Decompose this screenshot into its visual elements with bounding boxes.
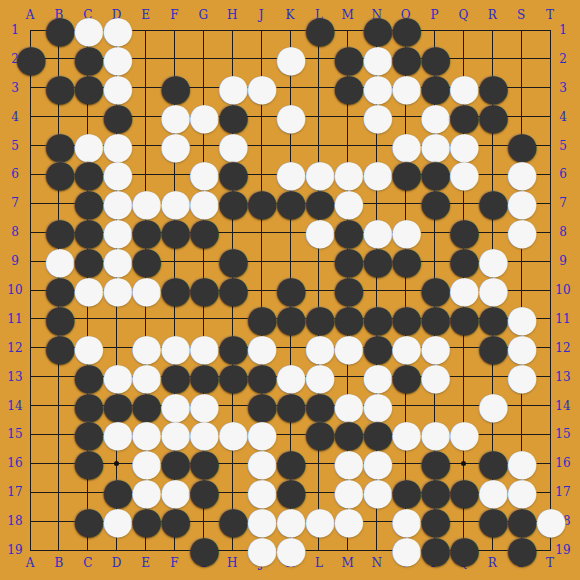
row-label-left: 9: [5, 254, 25, 268]
row-label-left: 13: [5, 370, 25, 384]
black-stone[interactable]: ●: [217, 362, 247, 392]
white-stone[interactable]: ●: [73, 275, 103, 305]
black-stone[interactable]: ●: [304, 419, 334, 449]
black-stone[interactable]: ●: [44, 73, 74, 103]
black-stone[interactable]: ●: [188, 535, 218, 565]
col-label-bottom: M: [338, 556, 358, 570]
row-label-left: 8: [5, 225, 25, 239]
black-stone[interactable]: ●: [477, 506, 507, 536]
white-stone[interactable]: ●: [159, 131, 189, 161]
row-label-right: 16: [553, 456, 573, 470]
board-vline: [318, 30, 319, 551]
white-stone[interactable]: ●: [102, 419, 132, 449]
row-label-left: 4: [5, 110, 25, 124]
row-label-right: 10: [553, 283, 573, 297]
black-stone[interactable]: ●: [44, 333, 74, 363]
row-label-right: 1: [553, 23, 573, 37]
black-stone[interactable]: ●: [448, 535, 478, 565]
black-stone[interactable]: ●: [391, 159, 421, 189]
black-stone[interactable]: ●: [419, 535, 449, 565]
black-stone[interactable]: ●: [217, 275, 247, 305]
black-stone[interactable]: ●: [217, 506, 247, 536]
white-stone[interactable]: ●: [275, 44, 305, 74]
col-label-bottom: R: [482, 556, 502, 570]
white-stone[interactable]: ●: [275, 102, 305, 132]
board-vline: [550, 30, 551, 551]
black-stone[interactable]: ●: [159, 217, 189, 247]
row-label-left: 5: [5, 139, 25, 153]
col-label-bottom: A: [20, 556, 40, 570]
row-label-left: 14: [5, 399, 25, 413]
row-label-left: 19: [5, 543, 25, 557]
board-hline: [30, 347, 551, 348]
black-stone[interactable]: ●: [391, 246, 421, 276]
black-stone[interactable]: ●: [477, 333, 507, 363]
row-label-right: 9: [553, 254, 573, 268]
row-label-right: 11: [553, 312, 573, 326]
row-label-right: 7: [553, 196, 573, 210]
black-stone[interactable]: ●: [188, 477, 218, 507]
black-stone[interactable]: ●: [275, 391, 305, 421]
white-stone[interactable]: ●: [362, 159, 392, 189]
black-stone[interactable]: ●: [333, 73, 363, 103]
col-label-bottom: N: [367, 556, 387, 570]
white-stone[interactable]: ●: [506, 362, 536, 392]
row-label-right: 15: [553, 427, 573, 441]
col-label-top: G: [193, 8, 213, 22]
white-stone[interactable]: ●: [188, 102, 218, 132]
col-label-bottom: H: [222, 556, 242, 570]
row-label-left: 10: [5, 283, 25, 297]
col-label-top: M: [338, 8, 358, 22]
col-label-bottom: F: [164, 556, 184, 570]
col-label-top: H: [222, 8, 242, 22]
row-label-right: 5: [553, 139, 573, 153]
row-label-right: 4: [553, 110, 573, 124]
row-label-left: 7: [5, 196, 25, 210]
row-label-left: 11: [5, 312, 25, 326]
white-stone[interactable]: ●: [362, 102, 392, 132]
white-stone[interactable]: ●: [102, 275, 132, 305]
row-label-left: 17: [5, 485, 25, 499]
white-stone[interactable]: ●: [131, 275, 161, 305]
col-label-bottom: B: [49, 556, 69, 570]
black-stone[interactable]: ●: [44, 159, 74, 189]
row-label-right: 6: [553, 167, 573, 181]
row-label-left: 6: [5, 167, 25, 181]
black-stone[interactable]: ●: [188, 275, 218, 305]
black-stone[interactable]: ●: [15, 44, 45, 74]
white-stone[interactable]: ●: [419, 362, 449, 392]
col-label-top: P: [424, 8, 444, 22]
white-stone[interactable]: ●: [246, 73, 276, 103]
hoshi-point: [114, 461, 119, 466]
col-label-bottom: L: [309, 556, 329, 570]
col-label-top: F: [164, 8, 184, 22]
row-label-left: 18: [5, 514, 25, 528]
black-stone[interactable]: ●: [159, 506, 189, 536]
black-stone[interactable]: ●: [477, 188, 507, 218]
row-label-left: 16: [5, 456, 25, 470]
row-label-right: 13: [553, 370, 573, 384]
row-label-left: 3: [5, 81, 25, 95]
black-stone[interactable]: ●: [188, 217, 218, 247]
white-stone[interactable]: ●: [362, 477, 392, 507]
black-stone[interactable]: ●: [506, 535, 536, 565]
row-label-right: 17: [553, 485, 573, 499]
row-label-left: 12: [5, 341, 25, 355]
row-label-right: 14: [553, 399, 573, 413]
black-stone[interactable]: ●: [246, 188, 276, 218]
white-stone[interactable]: ●: [102, 506, 132, 536]
white-stone[interactable]: ●: [304, 506, 334, 536]
white-stone[interactable]: ●: [448, 419, 478, 449]
col-label-top: T: [540, 8, 560, 22]
white-stone[interactable]: ●: [217, 419, 247, 449]
white-stone[interactable]: ●: [535, 506, 565, 536]
row-label-right: 3: [553, 81, 573, 95]
row-label-right: 8: [553, 225, 573, 239]
col-label-top: R: [482, 8, 502, 22]
col-label-bottom: D: [107, 556, 127, 570]
col-label-bottom: T: [540, 556, 560, 570]
black-stone[interactable]: ●: [448, 477, 478, 507]
black-stone[interactable]: ●: [391, 362, 421, 392]
row-label-left: 1: [5, 23, 25, 37]
white-stone[interactable]: ●: [506, 217, 536, 247]
white-stone[interactable]: ●: [246, 535, 276, 565]
col-label-top: Q: [453, 8, 473, 22]
white-stone[interactable]: ●: [477, 391, 507, 421]
row-label-right: 2: [553, 52, 573, 66]
black-stone[interactable]: ●: [73, 73, 103, 103]
black-stone[interactable]: ●: [448, 304, 478, 334]
black-stone[interactable]: ●: [275, 188, 305, 218]
black-stone[interactable]: ●: [477, 102, 507, 132]
white-stone[interactable]: ●: [391, 73, 421, 103]
white-stone[interactable]: ●: [391, 419, 421, 449]
col-label-bottom: C: [78, 556, 98, 570]
black-stone[interactable]: ●: [131, 506, 161, 536]
col-label-top: K: [280, 8, 300, 22]
row-label-right: 12: [553, 341, 573, 355]
black-stone[interactable]: ●: [73, 506, 103, 536]
go-board: AABBCCDDEEFFGGHHJJKKLLMMNNOOPPQQRRSSTT11…: [0, 0, 580, 580]
black-stone[interactable]: ●: [44, 15, 74, 45]
black-stone[interactable]: ●: [217, 188, 247, 218]
white-stone[interactable]: ●: [333, 333, 363, 363]
black-stone[interactable]: ●: [73, 448, 103, 478]
black-stone[interactable]: ●: [362, 246, 392, 276]
col-label-top: E: [136, 8, 156, 22]
col-label-top: J: [251, 8, 271, 22]
hoshi-point: [461, 461, 466, 466]
white-stone[interactable]: ●: [391, 535, 421, 565]
black-stone[interactable]: ●: [304, 15, 334, 45]
col-label-top: S: [511, 8, 531, 22]
white-stone[interactable]: ●: [304, 217, 334, 247]
white-stone[interactable]: ●: [333, 506, 363, 536]
white-stone[interactable]: ●: [275, 535, 305, 565]
white-stone[interactable]: ●: [448, 159, 478, 189]
col-label-bottom: E: [136, 556, 156, 570]
board-vline: [30, 30, 31, 551]
row-label-right: 19: [553, 543, 573, 557]
black-stone[interactable]: ●: [419, 188, 449, 218]
black-stone[interactable]: ●: [159, 275, 189, 305]
col-label-top: A: [20, 8, 40, 22]
row-label-left: 15: [5, 427, 25, 441]
black-stone[interactable]: ●: [275, 304, 305, 334]
